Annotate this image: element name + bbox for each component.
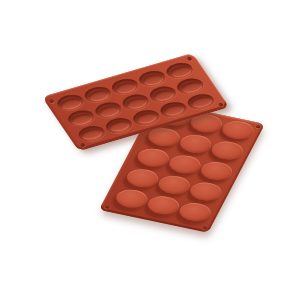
- product-photo: [0, 0, 290, 290]
- round-bump: [173, 203, 211, 226]
- corner-hole: [218, 102, 224, 106]
- corner-hole: [255, 125, 260, 128]
- corner-hole: [202, 226, 207, 229]
